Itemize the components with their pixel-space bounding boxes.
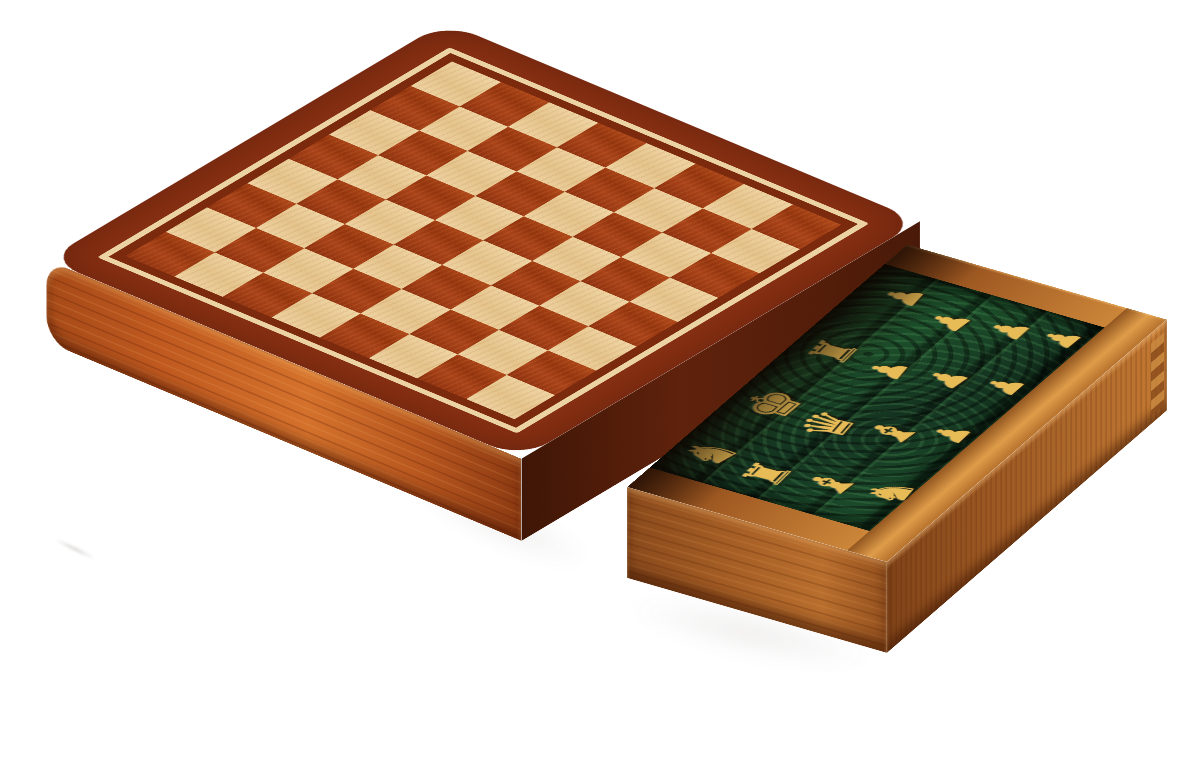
board-square (483, 216, 572, 261)
chess-piece-knight: ♞ (857, 476, 926, 509)
board-square (711, 229, 800, 274)
board-square (248, 159, 337, 204)
board-square (460, 82, 549, 127)
board-square (411, 61, 500, 106)
board-square (573, 212, 662, 257)
board-square (532, 236, 621, 281)
board-square (409, 309, 498, 354)
board-square (215, 228, 304, 273)
board-square (588, 302, 677, 347)
chess-piece-pawn: ♟ (978, 373, 1033, 400)
board-square (654, 163, 743, 208)
board-square (507, 350, 596, 395)
board-square (508, 102, 597, 147)
chess-piece-pawn: ♟ (981, 316, 1039, 344)
board-square (386, 175, 475, 220)
chess-piece-pawn: ♟ (861, 357, 917, 384)
board-square (557, 123, 646, 168)
board-square (353, 244, 442, 289)
chess-piece-knight: ♞ (672, 433, 750, 472)
board-square (458, 330, 547, 375)
board-square (296, 179, 385, 224)
board-square (703, 184, 792, 229)
board-square (402, 265, 491, 310)
board-square (223, 273, 312, 318)
board-square (369, 334, 458, 379)
board-square (548, 326, 637, 371)
board-square (580, 257, 669, 302)
board-square (435, 196, 524, 241)
board-square (427, 151, 516, 196)
board-square (289, 134, 378, 179)
chess-piece-pawn: ♟ (1034, 325, 1090, 352)
board-square (271, 293, 360, 338)
chess-piece-pawn: ♟ (925, 421, 980, 447)
scratch-mark (53, 536, 97, 562)
chess-piece-pawn: ♟ (921, 307, 980, 336)
board-square (329, 110, 418, 155)
board-square (337, 155, 426, 200)
chess-piece-rook: ♜ (799, 335, 869, 369)
board-square (468, 127, 557, 172)
chess-piece-rook: ♜ (733, 457, 803, 491)
board-square (606, 143, 695, 188)
board-square (629, 277, 718, 322)
board-square (613, 188, 702, 233)
board-square (524, 192, 613, 237)
board-square (263, 248, 352, 293)
board-square (670, 253, 759, 298)
chess-piece-bishop: ♝ (796, 466, 868, 501)
board-square (166, 207, 255, 252)
board-square (540, 281, 629, 326)
chess-piece-king: ♚ (731, 383, 818, 425)
board-square (442, 240, 531, 285)
board-square (256, 203, 345, 248)
board-square (378, 130, 467, 175)
board-square (450, 285, 539, 330)
dovetail-joint (1151, 333, 1164, 417)
board-square (174, 252, 263, 297)
board-square (320, 313, 409, 358)
product-photo-stage: ♟♟♟♟♜♟♟♟♚♛♝♟♞♜♝♞ (0, 0, 1200, 782)
board-square (621, 233, 710, 278)
chess-piece-queen: ♛ (790, 406, 869, 444)
chess-piece-bishop: ♝ (858, 415, 930, 450)
board-square (466, 375, 555, 420)
board-square (394, 220, 483, 265)
board-square (491, 261, 580, 306)
chess-piece-pawn: ♟ (919, 364, 978, 393)
board-square (125, 232, 214, 277)
board-square (312, 269, 401, 314)
board-square (370, 86, 459, 131)
board-square (499, 306, 588, 351)
board-square (752, 204, 841, 249)
board-square (207, 183, 296, 228)
board-square (345, 200, 434, 245)
board-square (361, 289, 450, 334)
board-square (419, 106, 508, 151)
board-square (417, 354, 506, 399)
board-square (516, 147, 605, 192)
chess-piece-pawn: ♟ (876, 283, 933, 310)
board-square (662, 208, 751, 253)
board-square (304, 224, 393, 269)
board-square (565, 167, 654, 212)
board-square (475, 171, 564, 216)
